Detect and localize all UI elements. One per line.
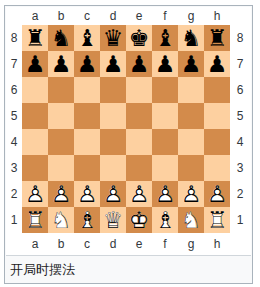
file-label-f: f — [152, 233, 178, 255]
board-corner — [230, 7, 250, 25]
rank-label-4: 4 — [230, 129, 250, 155]
piece-outline: ♙ — [77, 183, 98, 206]
rank-label-2: 2 — [6, 181, 22, 207]
piece-outline: ♙ — [181, 183, 202, 206]
square-a1: ♜♖ — [22, 207, 48, 233]
rank-label-5: 5 — [230, 103, 250, 129]
piece-outline: ♙ — [129, 183, 150, 206]
square-c6 — [74, 77, 100, 103]
square-b1: ♞♘ — [48, 207, 74, 233]
piece-outline: ♘ — [181, 209, 202, 232]
file-label-e: e — [126, 7, 152, 25]
square-h8: ♜ — [204, 25, 230, 51]
white-knight: ♞♘ — [48, 207, 74, 233]
file-label-g: g — [178, 233, 204, 255]
square-d6 — [100, 77, 126, 103]
rank-label-5: 5 — [6, 103, 22, 129]
file-label-c: c — [74, 7, 100, 25]
rank-label-1: 1 — [230, 207, 250, 233]
piece-outline: ♖ — [207, 209, 228, 232]
square-d1: ♛♕ — [100, 207, 126, 233]
square-d4 — [100, 129, 126, 155]
square-b8: ♞ — [48, 25, 74, 51]
square-b3 — [48, 155, 74, 181]
black-rook: ♜ — [204, 25, 230, 51]
square-d3 — [100, 155, 126, 181]
square-a4 — [22, 129, 48, 155]
file-label-g: g — [178, 7, 204, 25]
square-a6 — [22, 77, 48, 103]
file-label-a: a — [22, 233, 48, 255]
square-g5 — [178, 103, 204, 129]
black-bishop: ♝ — [74, 25, 100, 51]
black-pawn: ♟ — [100, 51, 126, 77]
rank-label-8: 8 — [6, 25, 22, 51]
square-b5 — [48, 103, 74, 129]
chess-board: abcdefgh8♜♞♝♛♚♝♞♜87♟♟♟♟♟♟♟♟7665544332♟♙♟… — [6, 7, 250, 255]
page: abcdefgh8♜♞♝♛♚♝♞♜87♟♟♟♟♟♟♟♟7665544332♟♙♟… — [0, 5, 260, 284]
white-bishop: ♝♗ — [74, 207, 100, 233]
square-h1: ♜♖ — [204, 207, 230, 233]
square-g1: ♞♘ — [178, 207, 204, 233]
black-knight: ♞ — [178, 25, 204, 51]
piece-outline: ♖ — [25, 209, 46, 232]
square-f5 — [152, 103, 178, 129]
rank-label-1: 1 — [6, 207, 22, 233]
square-e6 — [126, 77, 152, 103]
file-label-d: d — [100, 233, 126, 255]
square-a8: ♜ — [22, 25, 48, 51]
square-f6 — [152, 77, 178, 103]
file-label-f: f — [152, 7, 178, 25]
square-e3 — [126, 155, 152, 181]
square-h6 — [204, 77, 230, 103]
piece-outline: ♔ — [129, 209, 150, 232]
black-pawn: ♟ — [126, 51, 152, 77]
file-label-a: a — [22, 7, 48, 25]
rank-label-8: 8 — [230, 25, 250, 51]
piece-outline: ♘ — [51, 209, 72, 232]
black-knight: ♞ — [48, 25, 74, 51]
square-f2: ♟♙ — [152, 181, 178, 207]
piece-outline: ♕ — [103, 209, 124, 232]
piece-outline: ♙ — [155, 183, 176, 206]
file-label-h: h — [204, 233, 230, 255]
square-e2: ♟♙ — [126, 181, 152, 207]
square-b2: ♟♙ — [48, 181, 74, 207]
file-label-d: d — [100, 7, 126, 25]
square-e8: ♚ — [126, 25, 152, 51]
square-f8: ♝ — [152, 25, 178, 51]
square-h3 — [204, 155, 230, 181]
file-label-b: b — [48, 233, 74, 255]
square-c8: ♝ — [74, 25, 100, 51]
black-rook: ♜ — [22, 25, 48, 51]
file-label-e: e — [126, 233, 152, 255]
board-corner — [230, 233, 250, 255]
white-bishop: ♝♗ — [152, 207, 178, 233]
white-queen: ♛♕ — [100, 207, 126, 233]
square-g7: ♟ — [178, 51, 204, 77]
square-c3 — [74, 155, 100, 181]
piece-outline: ♙ — [207, 183, 228, 206]
square-a7: ♟ — [22, 51, 48, 77]
rank-label-7: 7 — [230, 51, 250, 77]
square-f4 — [152, 129, 178, 155]
black-bishop: ♝ — [152, 25, 178, 51]
piece-outline: ♗ — [77, 209, 98, 232]
diagram-caption: 开局时摆法 — [5, 256, 252, 283]
square-e1: ♚♔ — [126, 207, 152, 233]
black-pawn: ♟ — [22, 51, 48, 77]
black-pawn: ♟ — [152, 51, 178, 77]
white-rook: ♜♖ — [22, 207, 48, 233]
board-panel[interactable]: abcdefgh8♜♞♝♛♚♝♞♜87♟♟♟♟♟♟♟♟7665544332♟♙♟… — [6, 7, 251, 256]
square-b7: ♟ — [48, 51, 74, 77]
black-pawn: ♟ — [204, 51, 230, 77]
square-g3 — [178, 155, 204, 181]
square-f3 — [152, 155, 178, 181]
square-c7: ♟ — [74, 51, 100, 77]
square-e4 — [126, 129, 152, 155]
white-pawn: ♟♙ — [204, 181, 230, 207]
white-pawn: ♟♙ — [126, 181, 152, 207]
white-pawn: ♟♙ — [178, 181, 204, 207]
white-pawn: ♟♙ — [100, 181, 126, 207]
rank-label-7: 7 — [6, 51, 22, 77]
square-b6 — [48, 77, 74, 103]
square-h7: ♟ — [204, 51, 230, 77]
file-label-b: b — [48, 7, 74, 25]
square-c5 — [74, 103, 100, 129]
square-e5 — [126, 103, 152, 129]
file-label-c: c — [74, 233, 100, 255]
square-e7: ♟ — [126, 51, 152, 77]
square-g6 — [178, 77, 204, 103]
rank-label-6: 6 — [230, 77, 250, 103]
white-pawn: ♟♙ — [152, 181, 178, 207]
board-corner — [6, 7, 22, 25]
square-c1: ♝♗ — [74, 207, 100, 233]
file-label-h: h — [204, 7, 230, 25]
square-g4 — [178, 129, 204, 155]
square-f1: ♝♗ — [152, 207, 178, 233]
white-rook: ♜♖ — [204, 207, 230, 233]
rank-label-2: 2 — [230, 181, 250, 207]
rank-label-6: 6 — [6, 77, 22, 103]
square-a3 — [22, 155, 48, 181]
square-h5 — [204, 103, 230, 129]
square-c2: ♟♙ — [74, 181, 100, 207]
board-corner — [6, 233, 22, 255]
square-d7: ♟ — [100, 51, 126, 77]
square-a2: ♟♙ — [22, 181, 48, 207]
square-h4 — [204, 129, 230, 155]
black-queen: ♛ — [100, 25, 126, 51]
square-c4 — [74, 129, 100, 155]
white-pawn: ♟♙ — [48, 181, 74, 207]
white-knight: ♞♘ — [178, 207, 204, 233]
square-f7: ♟ — [152, 51, 178, 77]
square-g8: ♞ — [178, 25, 204, 51]
piece-outline: ♙ — [51, 183, 72, 206]
piece-outline: ♙ — [103, 183, 124, 206]
square-d8: ♛ — [100, 25, 126, 51]
chess-diagram-figure: abcdefgh8♜♞♝♛♚♝♞♜87♟♟♟♟♟♟♟♟7665544332♟♙♟… — [4, 5, 253, 284]
square-g2: ♟♙ — [178, 181, 204, 207]
black-pawn: ♟ — [178, 51, 204, 77]
square-h2: ♟♙ — [204, 181, 230, 207]
white-king: ♚♔ — [126, 207, 152, 233]
square-d5 — [100, 103, 126, 129]
piece-outline: ♗ — [155, 209, 176, 232]
black-king: ♚ — [126, 25, 152, 51]
black-pawn: ♟ — [74, 51, 100, 77]
black-pawn: ♟ — [48, 51, 74, 77]
white-pawn: ♟♙ — [74, 181, 100, 207]
rank-label-3: 3 — [230, 155, 250, 181]
piece-outline: ♙ — [25, 183, 46, 206]
white-pawn: ♟♙ — [22, 181, 48, 207]
rank-label-3: 3 — [6, 155, 22, 181]
rank-label-4: 4 — [6, 129, 22, 155]
square-b4 — [48, 129, 74, 155]
square-a5 — [22, 103, 48, 129]
square-d2: ♟♙ — [100, 181, 126, 207]
